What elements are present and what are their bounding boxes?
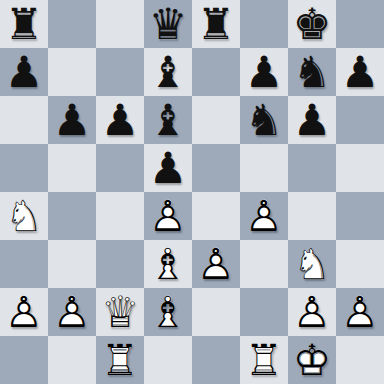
- square-c2[interactable]: ♛♕: [96, 288, 144, 336]
- chess-board: ♜♛♜♚♟♝♟♞♟♟♟♝♞♟♟♞♘♟♙♟♙♝♗♟♙♞♘♟♙♟♙♛♕♝♗♟♙♟♙♜…: [0, 0, 384, 384]
- piece-glyph-fill: ♜: [0, 0, 48, 48]
- black-pawn[interactable]: ♟: [0, 48, 48, 96]
- square-a4[interactable]: ♞♘: [0, 192, 48, 240]
- square-a2[interactable]: ♟♙: [0, 288, 48, 336]
- square-g6[interactable]: ♟: [288, 96, 336, 144]
- square-g5[interactable]: [288, 144, 336, 192]
- piece-glyph-fill: ♝: [144, 48, 192, 96]
- piece-glyph-fill: ♟: [240, 48, 288, 96]
- square-a3[interactable]: [0, 240, 48, 288]
- square-e8[interactable]: ♜: [192, 0, 240, 48]
- square-e3[interactable]: ♟♙: [192, 240, 240, 288]
- square-b6[interactable]: ♟: [48, 96, 96, 144]
- square-h7[interactable]: ♟: [336, 48, 384, 96]
- square-f2[interactable]: [240, 288, 288, 336]
- square-g3[interactable]: ♞♘: [288, 240, 336, 288]
- piece-glyph-fill: ♟: [288, 96, 336, 144]
- square-e5[interactable]: [192, 144, 240, 192]
- black-pawn[interactable]: ♟: [336, 48, 384, 96]
- white-pawn[interactable]: ♟♙: [192, 240, 240, 288]
- square-g4[interactable]: [288, 192, 336, 240]
- square-c5[interactable]: [96, 144, 144, 192]
- piece-glyph-fill: ♟: [0, 48, 48, 96]
- white-bishop[interactable]: ♝♗: [144, 240, 192, 288]
- square-f6[interactable]: ♞: [240, 96, 288, 144]
- square-a5[interactable]: [0, 144, 48, 192]
- piece-glyph-fill: ♛: [144, 0, 192, 48]
- piece-glyph-outline: ♖: [96, 336, 144, 384]
- black-queen[interactable]: ♛: [144, 0, 192, 48]
- square-a7[interactable]: ♟: [0, 48, 48, 96]
- piece-glyph-outline: ♙: [336, 288, 384, 336]
- piece-glyph-fill: ♟: [336, 48, 384, 96]
- square-a6[interactable]: [0, 96, 48, 144]
- piece-glyph-outline: ♙: [288, 288, 336, 336]
- square-g2[interactable]: ♟♙: [288, 288, 336, 336]
- piece-glyph-fill: ♟: [96, 96, 144, 144]
- black-pawn[interactable]: ♟: [288, 96, 336, 144]
- piece-glyph-outline: ♙: [192, 240, 240, 288]
- white-rook[interactable]: ♜♖: [240, 336, 288, 384]
- square-b4[interactable]: [48, 192, 96, 240]
- piece-glyph-outline: ♔: [288, 336, 336, 384]
- square-h5[interactable]: [336, 144, 384, 192]
- square-d1[interactable]: [144, 336, 192, 384]
- piece-glyph-fill: ♞: [288, 48, 336, 96]
- square-h4[interactable]: [336, 192, 384, 240]
- black-knight[interactable]: ♞: [288, 48, 336, 96]
- piece-glyph-outline: ♗: [144, 288, 192, 336]
- square-f4[interactable]: ♟♙: [240, 192, 288, 240]
- white-pawn[interactable]: ♟♙: [240, 192, 288, 240]
- square-a8[interactable]: ♜: [0, 0, 48, 48]
- square-c7[interactable]: [96, 48, 144, 96]
- white-pawn[interactable]: ♟♙: [48, 288, 96, 336]
- square-h8[interactable]: [336, 0, 384, 48]
- black-knight[interactable]: ♞: [240, 96, 288, 144]
- square-h2[interactable]: ♟♙: [336, 288, 384, 336]
- piece-glyph-outline: ♗: [144, 240, 192, 288]
- white-pawn[interactable]: ♟♙: [144, 192, 192, 240]
- piece-glyph-outline: ♙: [240, 192, 288, 240]
- square-f1[interactable]: ♜♖: [240, 336, 288, 384]
- square-f5[interactable]: [240, 144, 288, 192]
- square-e7[interactable]: [192, 48, 240, 96]
- square-f8[interactable]: [240, 0, 288, 48]
- piece-glyph-fill: ♝: [144, 96, 192, 144]
- square-d8[interactable]: ♛: [144, 0, 192, 48]
- chess-board-wrap: ♜♛♜♚♟♝♟♞♟♟♟♝♞♟♟♞♘♟♙♟♙♝♗♟♙♞♘♟♙♟♙♛♕♝♗♟♙♟♙♜…: [0, 0, 384, 384]
- square-d7[interactable]: ♝: [144, 48, 192, 96]
- white-pawn[interactable]: ♟♙: [288, 288, 336, 336]
- square-b8[interactable]: [48, 0, 96, 48]
- square-c1[interactable]: ♜♖: [96, 336, 144, 384]
- white-pawn[interactable]: ♟♙: [0, 288, 48, 336]
- square-d6[interactable]: ♝: [144, 96, 192, 144]
- square-c4[interactable]: [96, 192, 144, 240]
- piece-glyph-fill: ♞: [240, 96, 288, 144]
- square-d3[interactable]: ♝♗: [144, 240, 192, 288]
- white-pawn[interactable]: ♟♙: [336, 288, 384, 336]
- square-c8[interactable]: [96, 0, 144, 48]
- square-h1[interactable]: [336, 336, 384, 384]
- black-pawn[interactable]: ♟: [48, 96, 96, 144]
- white-knight[interactable]: ♞♘: [288, 240, 336, 288]
- black-rook[interactable]: ♜: [0, 0, 48, 48]
- square-d2[interactable]: ♝♗: [144, 288, 192, 336]
- piece-glyph-fill: ♟: [48, 96, 96, 144]
- square-e2[interactable]: [192, 288, 240, 336]
- white-rook[interactable]: ♜♖: [96, 336, 144, 384]
- piece-glyph-outline: ♙: [48, 288, 96, 336]
- black-pawn[interactable]: ♟: [240, 48, 288, 96]
- piece-glyph-fill: ♚: [288, 0, 336, 48]
- square-b5[interactable]: [48, 144, 96, 192]
- piece-glyph-outline: ♙: [144, 192, 192, 240]
- piece-glyph-outline: ♙: [0, 288, 48, 336]
- square-e4[interactable]: [192, 192, 240, 240]
- square-b7[interactable]: [48, 48, 96, 96]
- black-king[interactable]: ♚: [288, 0, 336, 48]
- square-b2[interactable]: ♟♙: [48, 288, 96, 336]
- square-a1[interactable]: [0, 336, 48, 384]
- piece-glyph-fill: ♟: [144, 144, 192, 192]
- piece-glyph-outline: ♘: [288, 240, 336, 288]
- white-king[interactable]: ♚♔: [288, 336, 336, 384]
- square-h3[interactable]: [336, 240, 384, 288]
- black-bishop[interactable]: ♝: [144, 96, 192, 144]
- square-g1[interactable]: ♚♔: [288, 336, 336, 384]
- white-queen[interactable]: ♛♕: [96, 288, 144, 336]
- black-bishop[interactable]: ♝: [144, 48, 192, 96]
- piece-glyph-outline: ♘: [0, 192, 48, 240]
- white-knight[interactable]: ♞♘: [0, 192, 48, 240]
- square-h6[interactable]: [336, 96, 384, 144]
- square-c3[interactable]: [96, 240, 144, 288]
- black-pawn[interactable]: ♟: [96, 96, 144, 144]
- square-g7[interactable]: ♞: [288, 48, 336, 96]
- square-b3[interactable]: [48, 240, 96, 288]
- square-b1[interactable]: [48, 336, 96, 384]
- piece-glyph-outline: ♕: [96, 288, 144, 336]
- square-f7[interactable]: ♟: [240, 48, 288, 96]
- black-rook[interactable]: ♜: [192, 0, 240, 48]
- square-e6[interactable]: [192, 96, 240, 144]
- square-d4[interactable]: ♟♙: [144, 192, 192, 240]
- square-g8[interactable]: ♚: [288, 0, 336, 48]
- black-pawn[interactable]: ♟: [144, 144, 192, 192]
- white-bishop[interactable]: ♝♗: [144, 288, 192, 336]
- piece-glyph-fill: ♜: [192, 0, 240, 48]
- square-c6[interactable]: ♟: [96, 96, 144, 144]
- square-f3[interactable]: [240, 240, 288, 288]
- piece-glyph-outline: ♖: [240, 336, 288, 384]
- square-e1[interactable]: [192, 336, 240, 384]
- square-d5[interactable]: ♟: [144, 144, 192, 192]
